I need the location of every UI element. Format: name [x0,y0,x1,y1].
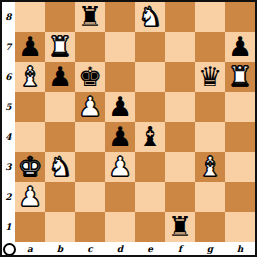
square-d7[interactable] [105,32,135,62]
square-g7[interactable] [195,32,225,62]
square-f5[interactable] [165,92,195,122]
white-bishop-a6[interactable]: ♝ [18,63,42,90]
square-f2[interactable] [165,182,195,212]
square-c1[interactable] [75,212,105,242]
square-h3[interactable] [225,152,255,182]
white-pawn-d3[interactable]: ♟ [108,153,132,180]
white-rook-h6[interactable]: ♜ [228,63,252,90]
square-e1[interactable] [135,212,165,242]
file-label-a: a [15,242,45,255]
rank-label-6: 6 [2,62,15,92]
black-bishop-e4[interactable]: ♝ [138,123,162,150]
square-h2[interactable] [225,182,255,212]
white-bishop-g3[interactable]: ♝ [198,153,222,180]
white-king-a3[interactable]: ♚ [18,153,42,180]
file-label-g: g [195,242,225,255]
square-e8[interactable]: ♞ [135,2,165,32]
square-c2[interactable] [75,182,105,212]
square-a5[interactable] [15,92,45,122]
rank-label-4: 4 [2,122,15,152]
rank-label-5: 5 [2,92,15,122]
square-g3[interactable]: ♝ [195,152,225,182]
square-d3[interactable]: ♟ [105,152,135,182]
black-pawn-a7[interactable]: ♟ [18,33,42,60]
white-knight-b3[interactable]: ♞ [48,153,72,180]
square-b1[interactable] [45,212,75,242]
square-b8[interactable] [45,2,75,32]
square-b2[interactable] [45,182,75,212]
square-h6[interactable]: ♜ [225,62,255,92]
square-b4[interactable] [45,122,75,152]
square-f8[interactable] [165,2,195,32]
square-f1[interactable]: ♜ [165,212,195,242]
square-a6[interactable]: ♝ [15,62,45,92]
square-a1[interactable] [15,212,45,242]
file-label-c: c [75,242,105,255]
black-rook-f1[interactable]: ♜ [168,213,192,240]
square-d6[interactable] [105,62,135,92]
square-b7[interactable]: ♜ [45,32,75,62]
square-h8[interactable] [225,2,255,32]
rank-label-2: 2 [2,182,15,212]
square-h4[interactable] [225,122,255,152]
square-g2[interactable] [195,182,225,212]
black-pawn-h7[interactable]: ♟ [228,33,252,60]
square-f6[interactable] [165,62,195,92]
square-e3[interactable] [135,152,165,182]
square-f4[interactable] [165,122,195,152]
square-b5[interactable] [45,92,75,122]
square-b3[interactable]: ♞ [45,152,75,182]
square-g8[interactable] [195,2,225,32]
file-labels: abcdefgh [15,242,255,255]
square-e6[interactable] [135,62,165,92]
square-d4[interactable]: ♟ [105,122,135,152]
chess-board: ♜♞♟♜♟♝♟♚♛♜♟♟♟♝♚♞♟♝♟♜ [15,2,255,242]
black-pawn-b6[interactable]: ♟ [48,63,72,90]
black-rook-c8[interactable]: ♜ [78,3,102,30]
square-h1[interactable] [225,212,255,242]
square-e5[interactable] [135,92,165,122]
white-to-move-indicator [3,243,16,256]
white-pawn-c5[interactable]: ♟ [78,93,102,120]
black-queen-g6[interactable]: ♛ [198,63,222,90]
square-a7[interactable]: ♟ [15,32,45,62]
square-g5[interactable] [195,92,225,122]
square-h7[interactable]: ♟ [225,32,255,62]
square-c6[interactable]: ♚ [75,62,105,92]
square-e4[interactable]: ♝ [135,122,165,152]
rank-label-8: 8 [2,2,15,32]
square-e7[interactable] [135,32,165,62]
square-c5[interactable]: ♟ [75,92,105,122]
rank-labels: 87654321 [2,2,15,242]
square-d2[interactable] [105,182,135,212]
square-f7[interactable] [165,32,195,62]
white-pawn-a2[interactable]: ♟ [18,183,42,210]
white-rook-b7[interactable]: ♜ [48,33,72,60]
square-d1[interactable] [105,212,135,242]
square-c3[interactable] [75,152,105,182]
square-a4[interactable] [15,122,45,152]
square-g4[interactable] [195,122,225,152]
square-c8[interactable]: ♜ [75,2,105,32]
black-king-c6[interactable]: ♚ [78,63,102,90]
square-c7[interactable] [75,32,105,62]
square-g6[interactable]: ♛ [195,62,225,92]
square-g1[interactable] [195,212,225,242]
square-c4[interactable] [75,122,105,152]
file-label-h: h [225,242,255,255]
file-label-d: d [105,242,135,255]
square-a2[interactable]: ♟ [15,182,45,212]
file-label-e: e [135,242,165,255]
rank-label-1: 1 [2,212,15,242]
square-f3[interactable] [165,152,195,182]
black-pawn-d4[interactable]: ♟ [108,123,132,150]
square-b6[interactable]: ♟ [45,62,75,92]
square-e2[interactable] [135,182,165,212]
rank-label-3: 3 [2,152,15,182]
square-a8[interactable] [15,2,45,32]
square-d5[interactable]: ♟ [105,92,135,122]
white-knight-e8[interactable]: ♞ [138,3,162,30]
file-label-b: b [45,242,75,255]
rank-label-7: 7 [2,32,15,62]
square-d8[interactable] [105,2,135,32]
file-label-f: f [165,242,195,255]
square-a3[interactable]: ♚ [15,152,45,182]
square-h5[interactable] [225,92,255,122]
black-pawn-d5[interactable]: ♟ [108,93,132,120]
chess-diagram: 87654321 ♜♞♟♜♟♝♟♚♛♜♟♟♟♝♚♞♟♝♟♜ abcdefgh [0,0,257,257]
